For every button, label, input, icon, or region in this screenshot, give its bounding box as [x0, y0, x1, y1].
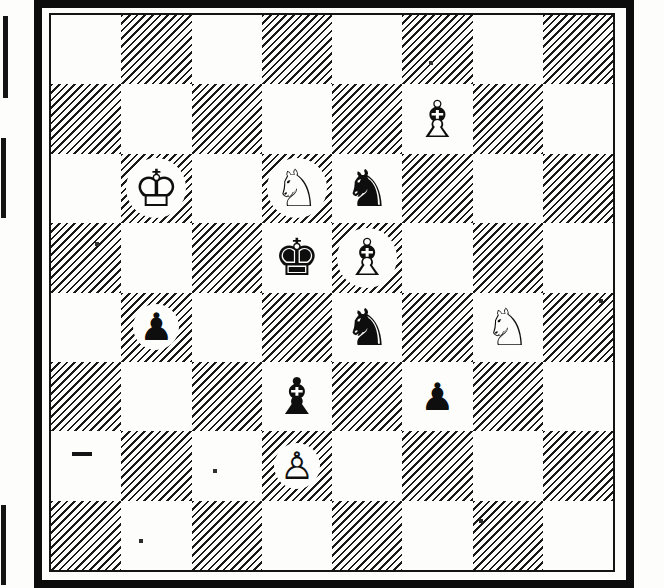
board-grid: ♗♔♘♞♚♗♟♞♘♝♟♙: [49, 13, 615, 572]
square-c5[interactable]: [192, 223, 262, 292]
square-c1[interactable]: [192, 501, 262, 570]
print-speckles: [0, 0, 2, 2]
square-f3[interactable]: ♟: [402, 362, 472, 431]
square-g1[interactable]: [473, 501, 543, 570]
square-e7[interactable]: [332, 84, 402, 153]
square-e6[interactable]: ♞: [332, 154, 402, 223]
square-h6[interactable]: [543, 154, 613, 223]
square-f7[interactable]: ♗: [402, 84, 472, 153]
print-artifact: [72, 452, 92, 456]
square-c3[interactable]: [192, 362, 262, 431]
piece-white-knight[interactable]: ♘: [478, 297, 538, 357]
square-a5[interactable]: [51, 223, 121, 292]
piece-white-pawn[interactable]: ♙: [274, 443, 320, 489]
piece-white-bishop[interactable]: ♗: [337, 228, 397, 288]
square-d6[interactable]: ♘: [262, 154, 332, 223]
square-a4[interactable]: [51, 293, 121, 362]
square-c2[interactable]: [192, 431, 262, 500]
square-h1[interactable]: [543, 501, 613, 570]
piece-black-pawn[interactable]: ♟: [414, 374, 460, 420]
square-b1[interactable]: [121, 501, 191, 570]
square-f8[interactable]: [402, 15, 472, 84]
square-h2[interactable]: [543, 431, 613, 500]
square-a2[interactable]: [51, 431, 121, 500]
print-artifact: [1, 505, 6, 585]
square-a3[interactable]: [51, 362, 121, 431]
square-g6[interactable]: [473, 154, 543, 223]
square-d3[interactable]: ♝: [262, 362, 332, 431]
square-e4[interactable]: ♞: [332, 293, 402, 362]
square-a7[interactable]: [51, 84, 121, 153]
square-h8[interactable]: [543, 15, 613, 84]
square-b7[interactable]: [121, 84, 191, 153]
square-h5[interactable]: [543, 223, 613, 292]
square-h4[interactable]: [543, 293, 613, 362]
square-c8[interactable]: [192, 15, 262, 84]
square-b8[interactable]: [121, 15, 191, 84]
square-d2[interactable]: ♙: [262, 431, 332, 500]
square-f1[interactable]: [402, 501, 472, 570]
square-b2[interactable]: [121, 431, 191, 500]
square-h7[interactable]: [543, 84, 613, 153]
square-f2[interactable]: [402, 431, 472, 500]
chess-diagram: ♗♔♘♞♚♗♟♞♘♝♟♙: [0, 0, 664, 588]
piece-black-king[interactable]: ♚: [267, 228, 327, 288]
square-e1[interactable]: [332, 501, 402, 570]
square-d5[interactable]: ♚: [262, 223, 332, 292]
square-e8[interactable]: [332, 15, 402, 84]
piece-white-knight[interactable]: ♘: [267, 158, 327, 218]
square-g5[interactable]: [473, 223, 543, 292]
square-e5[interactable]: ♗: [332, 223, 402, 292]
square-a8[interactable]: [51, 15, 121, 84]
square-b4[interactable]: ♟: [121, 293, 191, 362]
piece-white-bishop[interactable]: ♗: [407, 89, 467, 149]
square-f6[interactable]: [402, 154, 472, 223]
square-b6[interactable]: ♔: [121, 154, 191, 223]
square-g8[interactable]: [473, 15, 543, 84]
piece-black-knight[interactable]: ♞: [337, 297, 397, 357]
square-c7[interactable]: [192, 84, 262, 153]
square-c6[interactable]: [192, 154, 262, 223]
square-f4[interactable]: [402, 293, 472, 362]
square-d4[interactable]: [262, 293, 332, 362]
square-b5[interactable]: [121, 223, 191, 292]
square-a6[interactable]: [51, 154, 121, 223]
square-d1[interactable]: [262, 501, 332, 570]
square-g7[interactable]: [473, 84, 543, 153]
square-h3[interactable]: [543, 362, 613, 431]
square-b3[interactable]: [121, 362, 191, 431]
square-a1[interactable]: [51, 501, 121, 570]
square-c4[interactable]: [192, 293, 262, 362]
piece-white-king[interactable]: ♔: [126, 158, 186, 218]
square-g4[interactable]: ♘: [473, 293, 543, 362]
piece-black-knight[interactable]: ♞: [337, 158, 397, 218]
print-artifact: [1, 138, 6, 218]
square-d8[interactable]: [262, 15, 332, 84]
square-e3[interactable]: [332, 362, 402, 431]
piece-black-pawn[interactable]: ♟: [133, 304, 179, 350]
piece-black-bishop[interactable]: ♝: [267, 367, 327, 427]
square-g2[interactable]: [473, 431, 543, 500]
square-f5[interactable]: [402, 223, 472, 292]
square-e2[interactable]: [332, 431, 402, 500]
square-g3[interactable]: [473, 362, 543, 431]
print-artifact: [3, 16, 8, 98]
square-d7[interactable]: [262, 84, 332, 153]
